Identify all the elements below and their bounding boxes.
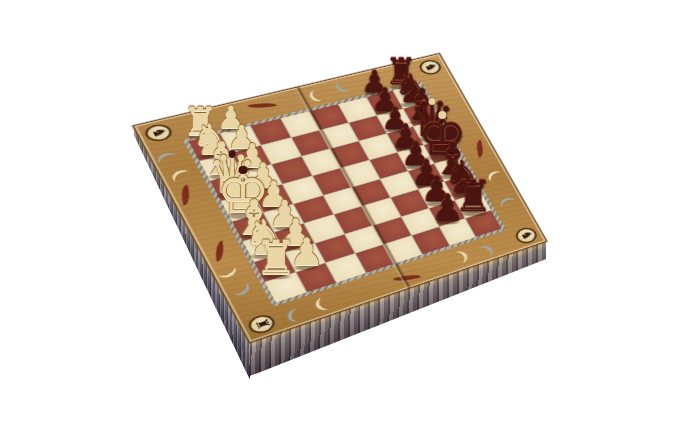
- chess-set-scene: ♞♞♜♞ ♜♞♝♛♚♝♞♜♟♟♟♟♟♟♟♟♟♟♟♟♟♟♟♟♜♞♝♛♚♝♞♜: [0, 0, 680, 425]
- piece-white-rook-h1[interactable]: ♜: [255, 234, 297, 281]
- pieces-layer: ♜♞♝♛♚♝♞♜♟♟♟♟♟♟♟♟♟♟♟♟♟♟♟♟♜♞♝♛♚♝♞♜: [0, 0, 680, 425]
- photo-background: ♞♞♜♞ ♜♞♝♛♚♝♞♜♟♟♟♟♟♟♟♟♟♟♟♟♟♟♟♟♜♞♝♛♚♝♞♜: [0, 0, 680, 425]
- piece-black-pawn-h7[interactable]: ♟: [431, 190, 463, 226]
